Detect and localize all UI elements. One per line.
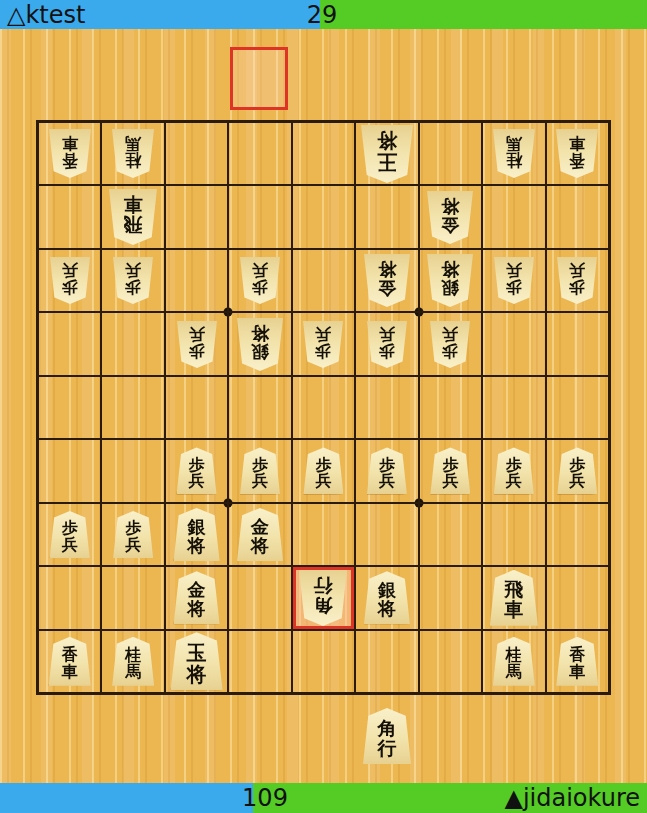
board-cell[interactable]: 歩兵 [482, 249, 545, 312]
piece-kanji: 馬 [125, 134, 141, 151]
shogi-piece-歩兵[interactable]: 歩兵 [50, 257, 90, 304]
board-cell[interactable] [482, 503, 545, 566]
piece-kanji: 車 [569, 664, 585, 681]
board-cell[interactable] [355, 503, 418, 566]
piece-kanji: 兵 [315, 473, 331, 490]
board-cell[interactable] [165, 249, 228, 312]
piece-kanji: 兵 [379, 473, 395, 490]
piece-kanji: 将 [378, 259, 396, 278]
piece-kanji: 将 [188, 537, 206, 556]
board-cell[interactable]: 銀将 [419, 249, 482, 312]
shogi-piece-角行[interactable]: 角行 [299, 570, 347, 626]
piece-kanji: 銀 [251, 342, 269, 361]
shogi-piece-香車[interactable]: 香車 [49, 129, 91, 178]
shogi-piece-歩兵[interactable]: 歩兵 [177, 321, 217, 368]
board-cell[interactable]: 歩兵 [38, 503, 101, 566]
board-cell[interactable]: 歩兵 [165, 312, 228, 375]
board-cell[interactable]: 銀将 [228, 312, 291, 375]
board-cell[interactable]: 金将 [355, 249, 418, 312]
piece-kanji: 兵 [569, 473, 585, 490]
piece-kanji: 桂 [506, 151, 522, 168]
board-cell[interactable]: 香車 [38, 630, 101, 693]
gote-player-name: △ktest [7, 1, 85, 29]
board-cell[interactable] [165, 185, 228, 248]
piece-kanji: 車 [124, 195, 143, 215]
board-cell[interactable] [38, 376, 101, 439]
board-cell[interactable]: 香車 [546, 122, 609, 185]
board-cell[interactable]: 香車 [546, 630, 609, 693]
shogi-piece-歩兵[interactable]: 歩兵 [113, 257, 153, 304]
board-cell[interactable]: 歩兵 [482, 439, 545, 502]
board-cell[interactable]: 歩兵 [419, 312, 482, 375]
shogi-piece-桂馬[interactable]: 桂馬 [493, 129, 535, 178]
board-cell[interactable] [38, 312, 101, 375]
board-cell[interactable] [419, 566, 482, 629]
piece-kanji: 王 [377, 151, 397, 172]
shogi-piece-金将[interactable]: 金将 [427, 191, 473, 244]
shogi-piece-王将[interactable]: 王将 [361, 125, 413, 183]
piece-kanji: 車 [62, 664, 78, 681]
piece-kanji: 兵 [569, 261, 585, 278]
board-cell[interactable]: 銀将 [165, 503, 228, 566]
board-cell[interactable] [228, 376, 291, 439]
shogi-piece-歩兵[interactable]: 歩兵 [494, 257, 534, 304]
piece-kanji: 兵 [506, 261, 522, 278]
board-cell[interactable]: 歩兵 [101, 503, 164, 566]
piece-kanji: 歩 [442, 342, 458, 359]
piece-kanji: 歩 [62, 278, 78, 295]
board-cell[interactable] [419, 376, 482, 439]
piece-kanji: 飛 [124, 215, 143, 235]
piece-kanji: 兵 [442, 473, 458, 490]
board-cell[interactable]: 歩兵 [165, 439, 228, 502]
piece-kanji: 兵 [62, 537, 78, 554]
shogi-piece-歩兵[interactable]: 歩兵 [430, 321, 470, 368]
shogi-piece-金将[interactable]: 金将 [174, 571, 220, 624]
piece-kanji: 歩 [315, 342, 331, 359]
piece-kanji: 馬 [125, 664, 141, 681]
board-cell[interactable] [292, 503, 355, 566]
piece-kanji: 歩 [569, 278, 585, 295]
shogi-piece-歩兵[interactable]: 歩兵 [494, 447, 534, 494]
board-cell[interactable] [101, 376, 164, 439]
board-cell[interactable]: 飛車 [101, 185, 164, 248]
shogi-piece-歩兵[interactable]: 歩兵 [240, 257, 280, 304]
piece-kanji: 車 [62, 134, 78, 151]
piece-kanji: 将 [441, 259, 459, 278]
piece-kanji: 玉 [187, 643, 207, 664]
shogi-piece-飛車[interactable]: 飛車 [490, 570, 538, 626]
board-cell[interactable]: 歩兵 [546, 439, 609, 502]
shogi-board: 香車桂馬王将桂馬香車飛車金将歩兵歩兵歩兵金将銀将歩兵歩兵歩兵銀将歩兵歩兵歩兵歩兵… [36, 120, 611, 695]
shogi-piece-歩兵[interactable]: 歩兵 [367, 321, 407, 368]
board-cell[interactable]: 歩兵 [292, 312, 355, 375]
board-cell[interactable] [482, 376, 545, 439]
piece-kanji: 兵 [315, 325, 331, 342]
shogi-piece-歩兵[interactable]: 歩兵 [430, 447, 470, 494]
board-cell[interactable] [228, 566, 291, 629]
sente-clock-bar: 109 ▲jidaiokure [0, 783, 647, 813]
board-cell[interactable] [292, 185, 355, 248]
board-cell[interactable] [38, 185, 101, 248]
sente-time-remaining-fill [0, 783, 253, 813]
piece-kanji: 車 [504, 600, 523, 620]
piece-kanji: 角 [378, 719, 397, 739]
sente-hand-tray: 角行 [357, 705, 417, 767]
piece-kanji: 兵 [125, 261, 141, 278]
piece-kanji: 将 [251, 323, 269, 342]
piece-kanji: 将 [441, 196, 459, 215]
board-cell[interactable] [419, 630, 482, 693]
piece-kanji: 金 [441, 215, 459, 234]
board-cell[interactable]: 歩兵 [355, 312, 418, 375]
shogi-piece-金将[interactable]: 金将 [237, 508, 283, 561]
board-cell[interactable]: 歩兵 [292, 439, 355, 502]
piece-kanji: 角 [314, 595, 333, 615]
piece-kanji: 歩 [379, 342, 395, 359]
piece-kanji: 桂 [125, 151, 141, 168]
board-cell[interactable] [355, 185, 418, 248]
piece-kanji: 兵 [189, 473, 205, 490]
shogi-piece-歩兵[interactable]: 歩兵 [557, 447, 597, 494]
board-cell[interactable]: 銀将 [355, 566, 418, 629]
board-cell[interactable]: 王将 [355, 122, 418, 185]
piece-kanji: 兵 [379, 325, 395, 342]
board-cell[interactable]: 桂馬 [482, 122, 545, 185]
board-cell[interactable] [355, 630, 418, 693]
board-cell[interactable]: 角行 [292, 566, 355, 629]
board-cell[interactable] [482, 185, 545, 248]
board-cell[interactable] [546, 376, 609, 439]
shogi-piece-銀将[interactable]: 銀将 [237, 318, 283, 371]
board-cell[interactable] [228, 122, 291, 185]
shogi-piece-歩兵[interactable]: 歩兵 [177, 447, 217, 494]
shogi-piece-金将[interactable]: 金将 [364, 254, 410, 307]
piece-kanji: 飛 [504, 580, 523, 600]
sente-player-name: ▲jidaiokure [504, 784, 640, 812]
board-cell[interactable] [165, 376, 228, 439]
board-cell[interactable] [546, 503, 609, 566]
board-cell[interactable] [355, 376, 418, 439]
piece-kanji: 歩 [252, 278, 268, 295]
shogi-piece-歩兵[interactable]: 歩兵 [303, 321, 343, 368]
piece-kanji: 兵 [252, 473, 268, 490]
piece-kanji: 馬 [506, 664, 522, 681]
board-cell[interactable] [228, 630, 291, 693]
shogi-piece-桂馬[interactable]: 桂馬 [112, 129, 154, 178]
piece-kanji: 香 [62, 151, 78, 168]
board-cell[interactable] [101, 566, 164, 629]
board-cell[interactable]: 歩兵 [546, 249, 609, 312]
shogi-piece-歩兵[interactable]: 歩兵 [50, 511, 90, 558]
board-cell[interactable] [546, 185, 609, 248]
piece-kanji: 歩 [125, 278, 141, 295]
shogi-piece-玉将[interactable]: 玉将 [171, 632, 223, 690]
piece-kanji: 香 [569, 151, 585, 168]
piece-kanji: 行 [314, 575, 333, 595]
sente-clock-value: 109 [238, 784, 292, 812]
shogi-piece-歩兵[interactable]: 歩兵 [113, 511, 153, 558]
board-cell[interactable]: 歩兵 [101, 249, 164, 312]
board-cell[interactable] [292, 122, 355, 185]
shogi-piece-桂馬[interactable]: 桂馬 [112, 637, 154, 686]
gote-clock-value: 29 [300, 1, 344, 29]
shogi-piece-飛車[interactable]: 飛車 [109, 189, 157, 245]
board-cell[interactable] [546, 312, 609, 375]
piece-kanji: 兵 [506, 473, 522, 490]
board-cell[interactable]: 香車 [38, 122, 101, 185]
piece-kanji: 金 [378, 278, 396, 297]
board-cell[interactable]: 金将 [419, 185, 482, 248]
piece-kanji: 兵 [189, 325, 205, 342]
shogi-piece-角行[interactable]: 角行 [363, 708, 411, 764]
shogi-piece-歩兵[interactable]: 歩兵 [240, 447, 280, 494]
board-cell[interactable] [292, 630, 355, 693]
piece-kanji: 歩 [506, 278, 522, 295]
piece-kanji: 歩 [189, 342, 205, 359]
shogi-piece-香車[interactable]: 香車 [556, 129, 598, 178]
piece-kanji: 馬 [506, 134, 522, 151]
board-cell[interactable] [165, 122, 228, 185]
piece-kanji: 兵 [125, 537, 141, 554]
piece-kanji: 銀 [441, 278, 459, 297]
gote-clock-bar: △ktest 29 [0, 0, 647, 29]
piece-kanji: 車 [569, 134, 585, 151]
shogi-piece-歩兵[interactable]: 歩兵 [367, 447, 407, 494]
board-cell[interactable] [419, 122, 482, 185]
board-cell[interactable]: 歩兵 [228, 439, 291, 502]
board-cell[interactable] [482, 312, 545, 375]
piece-kanji: 兵 [252, 261, 268, 278]
piece-kanji: 将 [378, 600, 396, 619]
board-cell[interactable] [38, 439, 101, 502]
shogi-piece-香車[interactable]: 香車 [556, 637, 598, 686]
piece-kanji: 将 [251, 537, 269, 556]
board-cell[interactable]: 歩兵 [38, 249, 101, 312]
board-cell[interactable]: 金将 [228, 503, 291, 566]
board-cell[interactable]: 飛車 [482, 566, 545, 629]
shogi-piece-銀将[interactable]: 銀将 [174, 508, 220, 561]
drop-origin-highlight [230, 47, 288, 110]
shogi-piece-歩兵[interactable]: 歩兵 [303, 447, 343, 494]
board-cell[interactable] [292, 376, 355, 439]
piece-kanji: 将 [377, 130, 397, 151]
board-cell[interactable] [101, 439, 164, 502]
shogi-piece-歩兵[interactable]: 歩兵 [557, 257, 597, 304]
board-cell[interactable]: 歩兵 [419, 439, 482, 502]
board-cell[interactable] [38, 566, 101, 629]
piece-kanji: 兵 [442, 325, 458, 342]
shogi-piece-香車[interactable]: 香車 [49, 637, 91, 686]
piece-kanji: 兵 [62, 261, 78, 278]
board-cell[interactable] [101, 312, 164, 375]
piece-kanji: 将 [187, 664, 207, 685]
shogi-piece-銀将[interactable]: 銀将 [427, 254, 473, 307]
board-cell[interactable]: 歩兵 [228, 249, 291, 312]
board-cell[interactable]: 歩兵 [355, 439, 418, 502]
shogi-piece-銀将[interactable]: 銀将 [364, 571, 410, 624]
piece-kanji: 行 [378, 739, 397, 759]
board-cell[interactable]: 桂馬 [101, 122, 164, 185]
shogi-piece-桂馬[interactable]: 桂馬 [493, 637, 535, 686]
board-cell[interactable]: 玉将 [165, 630, 228, 693]
board-cell[interactable] [292, 249, 355, 312]
board-cell[interactable] [546, 566, 609, 629]
board-cell[interactable]: 桂馬 [101, 630, 164, 693]
board-cell[interactable] [419, 503, 482, 566]
board-cell[interactable]: 金将 [165, 566, 228, 629]
piece-kanji: 将 [188, 600, 206, 619]
board-cell[interactable]: 桂馬 [482, 630, 545, 693]
board-cell[interactable] [228, 185, 291, 248]
